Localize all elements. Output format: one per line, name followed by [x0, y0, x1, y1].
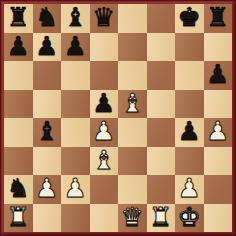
square-b3[interactable]	[33, 147, 62, 176]
square-c5[interactable]	[61, 90, 90, 119]
square-h6[interactable]: ♟	[204, 61, 233, 90]
piece-black-knight-a2[interactable]: ♞	[7, 175, 30, 203]
square-c8[interactable]: ♝	[61, 4, 90, 33]
square-f5[interactable]	[147, 90, 176, 119]
square-d1[interactable]	[90, 204, 119, 233]
square-d5[interactable]: ♟	[90, 90, 119, 119]
piece-black-queen-d8[interactable]: ♛	[92, 4, 115, 32]
square-e6[interactable]	[118, 61, 147, 90]
square-c1[interactable]	[61, 204, 90, 233]
square-e5[interactable]: ♝	[118, 90, 147, 119]
square-a8[interactable]: ♜	[4, 4, 33, 33]
square-f6[interactable]	[147, 61, 176, 90]
square-g5[interactable]	[175, 90, 204, 119]
square-e1[interactable]: ♛	[118, 204, 147, 233]
piece-black-king-g8[interactable]: ♚	[178, 4, 201, 32]
square-e8[interactable]	[118, 4, 147, 33]
square-a4[interactable]	[4, 118, 33, 147]
piece-black-pawn-d5[interactable]: ♟	[92, 90, 115, 118]
square-f3[interactable]	[147, 147, 176, 176]
square-b4[interactable]: ♝	[33, 118, 62, 147]
piece-white-king-g1[interactable]: ♚	[178, 204, 201, 232]
square-c6[interactable]	[61, 61, 90, 90]
square-a5[interactable]	[4, 90, 33, 119]
square-d7[interactable]	[90, 33, 119, 62]
square-g1[interactable]: ♚	[175, 204, 204, 233]
piece-black-bishop-b4[interactable]: ♝	[35, 118, 58, 146]
board-frame: ♜♞♝♛♚♜♟♟♟♟♟♝♝♟♟♟♝♞♟♟♟♜♛♜♚	[0, 0, 236, 236]
square-e4[interactable]	[118, 118, 147, 147]
square-g6[interactable]	[175, 61, 204, 90]
square-a7[interactable]: ♟	[4, 33, 33, 62]
square-g3[interactable]	[175, 147, 204, 176]
square-e3[interactable]	[118, 147, 147, 176]
square-d8[interactable]: ♛	[90, 4, 119, 33]
piece-black-pawn-b7[interactable]: ♟	[35, 33, 58, 61]
square-d2[interactable]	[90, 175, 119, 204]
square-f8[interactable]	[147, 4, 176, 33]
piece-black-rook-h8[interactable]: ♜	[206, 4, 229, 32]
piece-white-pawn-h4[interactable]: ♟	[206, 118, 229, 146]
piece-white-bishop-d3[interactable]: ♝	[92, 147, 115, 175]
square-b7[interactable]: ♟	[33, 33, 62, 62]
piece-black-pawn-g4[interactable]: ♟	[178, 118, 201, 146]
piece-white-pawn-c2[interactable]: ♟	[64, 175, 87, 203]
square-a6[interactable]	[4, 61, 33, 90]
square-a2[interactable]: ♞	[4, 175, 33, 204]
piece-white-pawn-d4[interactable]: ♟	[92, 118, 115, 146]
square-b1[interactable]	[33, 204, 62, 233]
square-c2[interactable]: ♟	[61, 175, 90, 204]
square-d4[interactable]: ♟	[90, 118, 119, 147]
piece-white-rook-f1[interactable]: ♜	[149, 204, 172, 232]
square-b8[interactable]: ♞	[33, 4, 62, 33]
square-c7[interactable]: ♟	[61, 33, 90, 62]
piece-black-bishop-c8[interactable]: ♝	[64, 4, 87, 32]
square-b2[interactable]: ♟	[33, 175, 62, 204]
piece-white-pawn-b2[interactable]: ♟	[35, 175, 58, 203]
square-d3[interactable]: ♝	[90, 147, 119, 176]
square-h2[interactable]	[204, 175, 233, 204]
square-d6[interactable]	[90, 61, 119, 90]
piece-white-rook-a1[interactable]: ♜	[7, 204, 30, 232]
square-f7[interactable]	[147, 33, 176, 62]
square-b5[interactable]	[33, 90, 62, 119]
square-h8[interactable]: ♜	[204, 4, 233, 33]
square-h7[interactable]	[204, 33, 233, 62]
square-g7[interactable]	[175, 33, 204, 62]
piece-white-queen-e1[interactable]: ♛	[121, 204, 144, 232]
square-g8[interactable]: ♚	[175, 4, 204, 33]
square-h3[interactable]	[204, 147, 233, 176]
piece-white-pawn-g2[interactable]: ♟	[178, 175, 201, 203]
square-g2[interactable]: ♟	[175, 175, 204, 204]
square-e2[interactable]	[118, 175, 147, 204]
square-f2[interactable]	[147, 175, 176, 204]
square-a1[interactable]: ♜	[4, 204, 33, 233]
chess-board: ♜♞♝♛♚♜♟♟♟♟♟♝♝♟♟♟♝♞♟♟♟♜♛♜♚	[4, 4, 232, 232]
square-c4[interactable]	[61, 118, 90, 147]
square-c3[interactable]	[61, 147, 90, 176]
square-e7[interactable]	[118, 33, 147, 62]
piece-white-bishop-e5[interactable]: ♝	[121, 90, 144, 118]
square-f1[interactable]: ♜	[147, 204, 176, 233]
piece-black-pawn-a7[interactable]: ♟	[7, 33, 30, 61]
square-h5[interactable]	[204, 90, 233, 119]
square-f4[interactable]	[147, 118, 176, 147]
piece-black-rook-a8[interactable]: ♜	[7, 4, 30, 32]
square-h4[interactable]: ♟	[204, 118, 233, 147]
piece-black-pawn-c7[interactable]: ♟	[64, 33, 87, 61]
square-a3[interactable]	[4, 147, 33, 176]
square-h1[interactable]	[204, 204, 233, 233]
square-b6[interactable]	[33, 61, 62, 90]
square-g4[interactable]: ♟	[175, 118, 204, 147]
piece-black-pawn-h6[interactable]: ♟	[206, 61, 229, 89]
piece-black-knight-b8[interactable]: ♞	[35, 4, 58, 32]
